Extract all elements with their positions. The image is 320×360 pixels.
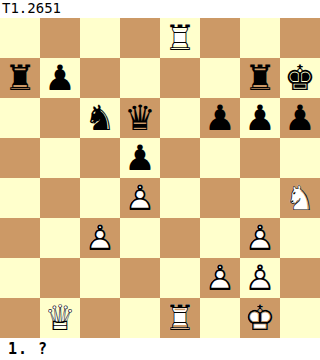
square-e7[interactable] <box>160 58 200 98</box>
piece-black-pawn: ♟ <box>40 58 80 98</box>
square-c5[interactable] <box>80 138 120 178</box>
square-h4[interactable]: ♞♘ <box>280 178 320 218</box>
square-d7[interactable] <box>120 58 160 98</box>
header-bar: T1.2651 <box>0 0 320 18</box>
square-b3[interactable] <box>40 218 80 258</box>
piece-white-rook: ♖ <box>160 298 200 338</box>
piece-white-pawn: ♙ <box>240 218 280 258</box>
square-h3[interactable] <box>280 218 320 258</box>
move-prompt: 1. ? <box>0 340 48 358</box>
square-f3[interactable] <box>200 218 240 258</box>
square-c6[interactable]: ♞ <box>80 98 120 138</box>
square-d4[interactable]: ♟♙ <box>120 178 160 218</box>
piece-black-rook: ♜ <box>240 58 280 98</box>
piece-white-king: ♔ <box>240 298 280 338</box>
piece-black-rook: ♜ <box>0 58 40 98</box>
square-h5[interactable] <box>280 138 320 178</box>
square-d8[interactable] <box>120 18 160 58</box>
piece-black-pawn: ♟ <box>280 98 320 138</box>
piece-white-pawn: ♙ <box>240 258 280 298</box>
square-f8[interactable] <box>200 18 240 58</box>
position-label: T1.2651 <box>0 0 61 16</box>
square-f4[interactable] <box>200 178 240 218</box>
square-b8[interactable] <box>40 18 80 58</box>
square-e5[interactable] <box>160 138 200 178</box>
square-a6[interactable] <box>0 98 40 138</box>
square-c7[interactable] <box>80 58 120 98</box>
square-b6[interactable] <box>40 98 80 138</box>
square-h7[interactable]: ♚ <box>280 58 320 98</box>
square-c4[interactable] <box>80 178 120 218</box>
square-a3[interactable] <box>0 218 40 258</box>
square-g5[interactable] <box>240 138 280 178</box>
square-e4[interactable] <box>160 178 200 218</box>
square-b7[interactable]: ♟ <box>40 58 80 98</box>
square-g1[interactable]: ♚♔ <box>240 298 280 338</box>
square-h6[interactable]: ♟ <box>280 98 320 138</box>
square-e6[interactable] <box>160 98 200 138</box>
square-h8[interactable] <box>280 18 320 58</box>
square-c1[interactable] <box>80 298 120 338</box>
piece-black-pawn: ♟ <box>240 98 280 138</box>
square-b1[interactable]: ♛♕ <box>40 298 80 338</box>
square-g6[interactable]: ♟ <box>240 98 280 138</box>
piece-black-pawn: ♟ <box>120 138 160 178</box>
square-f5[interactable] <box>200 138 240 178</box>
piece-black-queen: ♛ <box>120 98 160 138</box>
piece-black-knight: ♞ <box>80 98 120 138</box>
square-e8[interactable]: ♜♖ <box>160 18 200 58</box>
square-d6[interactable]: ♛ <box>120 98 160 138</box>
square-g2[interactable]: ♟♙ <box>240 258 280 298</box>
square-a1[interactable] <box>0 298 40 338</box>
footer-bar: 1. ? <box>0 338 320 360</box>
square-g8[interactable] <box>240 18 280 58</box>
square-g3[interactable]: ♟♙ <box>240 218 280 258</box>
square-c8[interactable] <box>80 18 120 58</box>
piece-black-pawn: ♟ <box>200 98 240 138</box>
square-a5[interactable] <box>0 138 40 178</box>
square-e1[interactable]: ♜♖ <box>160 298 200 338</box>
piece-white-knight: ♘ <box>280 178 320 218</box>
chess-board: ♜♖♜♟♜♚♞♛♟♟♟♟♟♙♞♘♟♙♟♙♟♙♟♙♛♕♜♖♚♔ <box>0 18 320 338</box>
square-a4[interactable] <box>0 178 40 218</box>
square-b5[interactable] <box>40 138 80 178</box>
square-f6[interactable]: ♟ <box>200 98 240 138</box>
square-d1[interactable] <box>120 298 160 338</box>
square-f2[interactable]: ♟♙ <box>200 258 240 298</box>
square-b2[interactable] <box>40 258 80 298</box>
piece-white-pawn: ♙ <box>80 218 120 258</box>
piece-white-pawn: ♙ <box>120 178 160 218</box>
piece-white-pawn: ♙ <box>200 258 240 298</box>
piece-white-rook: ♖ <box>160 18 200 58</box>
square-d3[interactable] <box>120 218 160 258</box>
square-d2[interactable] <box>120 258 160 298</box>
square-f1[interactable] <box>200 298 240 338</box>
square-c3[interactable]: ♟♙ <box>80 218 120 258</box>
square-c2[interactable] <box>80 258 120 298</box>
square-e3[interactable] <box>160 218 200 258</box>
square-b4[interactable] <box>40 178 80 218</box>
square-h1[interactable] <box>280 298 320 338</box>
square-d5[interactable]: ♟ <box>120 138 160 178</box>
square-a8[interactable] <box>0 18 40 58</box>
square-a2[interactable] <box>0 258 40 298</box>
square-h2[interactable] <box>280 258 320 298</box>
square-e2[interactable] <box>160 258 200 298</box>
square-g7[interactable]: ♜ <box>240 58 280 98</box>
square-g4[interactable] <box>240 178 280 218</box>
square-f7[interactable] <box>200 58 240 98</box>
square-a7[interactable]: ♜ <box>0 58 40 98</box>
piece-white-queen: ♕ <box>40 298 80 338</box>
piece-black-king: ♚ <box>280 58 320 98</box>
